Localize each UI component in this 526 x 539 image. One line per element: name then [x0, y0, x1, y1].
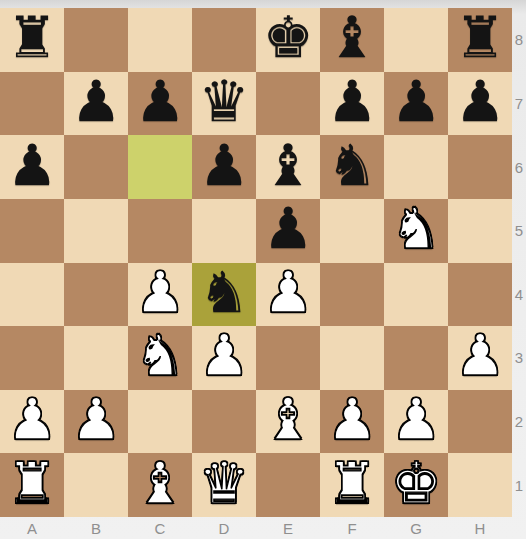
square-f8[interactable]: ♝: [320, 8, 384, 72]
square-g7[interactable]: ♟: [384, 72, 448, 136]
file-label-a: A: [0, 517, 64, 539]
square-e6[interactable]: ♝: [256, 135, 320, 199]
piece-black-k-e8[interactable]: ♚: [262, 9, 313, 66]
piece-black-p-b7[interactable]: ♟: [70, 73, 121, 130]
rank-label-7: 7: [512, 72, 526, 136]
square-c3[interactable]: ♞: [128, 326, 192, 390]
rank-label-4: 4: [512, 263, 526, 327]
square-c1[interactable]: ♝: [128, 453, 192, 517]
square-d2[interactable]: [192, 390, 256, 454]
square-h8[interactable]: ♜: [448, 8, 512, 72]
piece-white-p-c4[interactable]: ♟: [134, 264, 185, 321]
square-f2[interactable]: ♟: [320, 390, 384, 454]
square-a4[interactable]: [0, 263, 64, 327]
square-b8[interactable]: [64, 8, 128, 72]
square-b1[interactable]: [64, 453, 128, 517]
square-d7[interactable]: ♛: [192, 72, 256, 136]
square-g5[interactable]: ♞: [384, 199, 448, 263]
square-f4[interactable]: [320, 263, 384, 327]
square-c5[interactable]: [128, 199, 192, 263]
piece-black-p-f7[interactable]: ♟: [326, 73, 377, 130]
piece-white-b-c1[interactable]: ♝: [134, 455, 185, 512]
piece-black-q-d7[interactable]: ♛: [198, 73, 249, 130]
square-d6[interactable]: ♟: [192, 135, 256, 199]
square-a1[interactable]: ♜: [0, 453, 64, 517]
square-h2[interactable]: [448, 390, 512, 454]
square-d3[interactable]: ♟: [192, 326, 256, 390]
rank-label-6: 6: [512, 135, 526, 199]
rank-label-2: 2: [512, 390, 526, 454]
square-a7[interactable]: [0, 72, 64, 136]
piece-white-p-f2[interactable]: ♟: [326, 391, 377, 448]
square-g6[interactable]: [384, 135, 448, 199]
piece-black-p-g7[interactable]: ♟: [390, 73, 441, 130]
square-f7[interactable]: ♟: [320, 72, 384, 136]
square-b5[interactable]: [64, 199, 128, 263]
square-e4[interactable]: ♟: [256, 263, 320, 327]
file-label-e: E: [256, 517, 320, 539]
piece-white-n-c3[interactable]: ♞: [134, 327, 185, 384]
square-e7[interactable]: [256, 72, 320, 136]
rank-label-5: 5: [512, 199, 526, 263]
rank-labels: 87654321: [512, 8, 526, 517]
square-c6[interactable]: [128, 135, 192, 199]
square-a8[interactable]: ♜: [0, 8, 64, 72]
square-a5[interactable]: [0, 199, 64, 263]
piece-white-n-g5[interactable]: ♞: [390, 200, 441, 257]
square-b3[interactable]: [64, 326, 128, 390]
square-d1[interactable]: ♛: [192, 453, 256, 517]
rank-label-1: 1: [512, 453, 526, 517]
piece-black-p-c7[interactable]: ♟: [134, 73, 185, 130]
square-h5[interactable]: [448, 199, 512, 263]
piece-white-p-a2[interactable]: ♟: [6, 391, 57, 448]
chess-board: ♜♚♝♜♟♟♛♟♟♟♟♟♝♞♟♞♟♞♟♞♟♟♟♟♝♟♟♜♝♛♜♚: [0, 8, 512, 517]
piece-black-b-e6[interactable]: ♝: [262, 137, 313, 194]
square-d8[interactable]: [192, 8, 256, 72]
square-e8[interactable]: ♚: [256, 8, 320, 72]
file-label-d: D: [192, 517, 256, 539]
square-f1[interactable]: ♜: [320, 453, 384, 517]
piece-black-n-d4[interactable]: ♞: [198, 264, 249, 321]
piece-white-b-e2[interactable]: ♝: [262, 391, 313, 448]
square-g3[interactable]: [384, 326, 448, 390]
piece-black-r-h8[interactable]: ♜: [454, 9, 505, 66]
piece-white-r-a1[interactable]: ♜: [6, 455, 57, 512]
square-a3[interactable]: [0, 326, 64, 390]
square-b2[interactable]: ♟: [64, 390, 128, 454]
piece-white-r-f1[interactable]: ♜: [326, 455, 377, 512]
square-a2[interactable]: ♟: [0, 390, 64, 454]
square-g8[interactable]: [384, 8, 448, 72]
square-c8[interactable]: [128, 8, 192, 72]
piece-white-q-d1[interactable]: ♛: [198, 455, 249, 512]
square-c7[interactable]: ♟: [128, 72, 192, 136]
rank-label-8: 8: [512, 8, 526, 72]
square-b4[interactable]: [64, 263, 128, 327]
square-e2[interactable]: ♝: [256, 390, 320, 454]
square-g2[interactable]: ♟: [384, 390, 448, 454]
piece-white-p-e4[interactable]: ♟: [262, 264, 313, 321]
piece-black-p-e5[interactable]: ♟: [262, 200, 313, 257]
square-g4[interactable]: [384, 263, 448, 327]
piece-black-p-h7[interactable]: ♟: [454, 73, 505, 130]
square-f6[interactable]: ♞: [320, 135, 384, 199]
square-h1[interactable]: [448, 453, 512, 517]
square-b7[interactable]: ♟: [64, 72, 128, 136]
file-label-h: H: [448, 517, 512, 539]
piece-black-b-f8[interactable]: ♝: [326, 9, 377, 66]
piece-white-p-g2[interactable]: ♟: [390, 391, 441, 448]
piece-white-k-g1[interactable]: ♚: [390, 455, 441, 512]
square-a6[interactable]: ♟: [0, 135, 64, 199]
square-d4[interactable]: ♞: [192, 263, 256, 327]
file-label-g: G: [384, 517, 448, 539]
square-g1[interactable]: ♚: [384, 453, 448, 517]
piece-white-p-d3[interactable]: ♟: [198, 327, 249, 384]
piece-black-r-a8[interactable]: ♜: [6, 9, 57, 66]
square-f5[interactable]: [320, 199, 384, 263]
board-container: ♜♚♝♜♟♟♛♟♟♟♟♟♝♞♟♞♟♞♟♞♟♟♟♟♝♟♟♜♝♛♜♚ 8765432…: [0, 0, 526, 539]
piece-white-p-b2[interactable]: ♟: [70, 391, 121, 448]
square-d5[interactable]: [192, 199, 256, 263]
piece-black-n-f6[interactable]: ♞: [326, 137, 377, 194]
square-h6[interactable]: [448, 135, 512, 199]
square-c4[interactable]: ♟: [128, 263, 192, 327]
piece-black-p-d6[interactable]: ♟: [198, 137, 249, 194]
square-b6[interactable]: [64, 135, 128, 199]
square-f3[interactable]: [320, 326, 384, 390]
square-h4[interactable]: [448, 263, 512, 327]
square-e5[interactable]: ♟: [256, 199, 320, 263]
file-label-c: C: [128, 517, 192, 539]
piece-black-p-a6[interactable]: ♟: [6, 137, 57, 194]
square-h7[interactable]: ♟: [448, 72, 512, 136]
rank-label-3: 3: [512, 326, 526, 390]
square-c2[interactable]: [128, 390, 192, 454]
file-labels: ABCDEFGH: [0, 517, 512, 539]
file-label-f: F: [320, 517, 384, 539]
square-e3[interactable]: [256, 326, 320, 390]
file-label-b: B: [64, 517, 128, 539]
square-e1[interactable]: [256, 453, 320, 517]
square-h3[interactable]: ♟: [448, 326, 512, 390]
piece-white-p-h3[interactable]: ♟: [454, 327, 505, 384]
